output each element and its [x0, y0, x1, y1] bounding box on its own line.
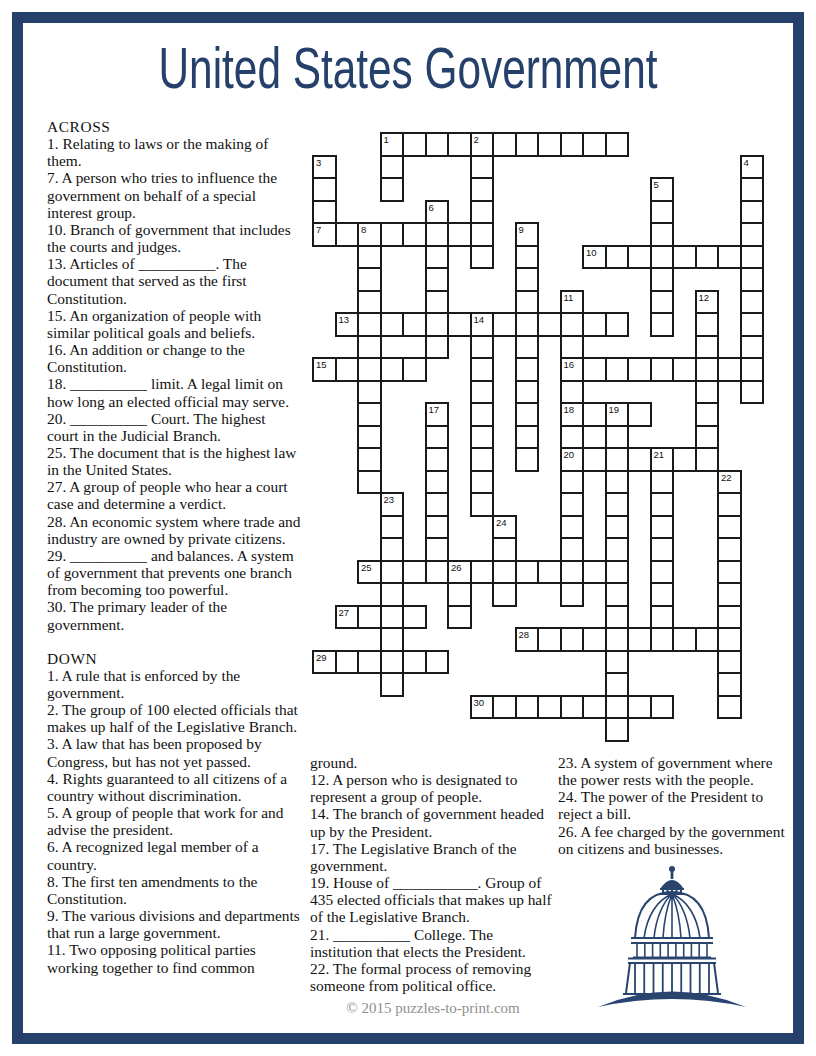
clue-number: 8	[361, 224, 366, 235]
capitol-dome-ribs	[644, 894, 700, 938]
grid-cell[interactable]	[425, 245, 450, 270]
grid-cell[interactable]	[380, 650, 405, 675]
clue: 5. A group of people that work for and a…	[47, 804, 301, 838]
clue-number: 1	[384, 134, 389, 145]
grid-cell[interactable]	[515, 402, 540, 427]
grid-cell[interactable]	[470, 177, 495, 202]
grid-cell[interactable]	[650, 290, 675, 315]
capitol-dome-illustration	[597, 864, 747, 1012]
grid-cell[interactable]	[717, 650, 742, 675]
grid-cell[interactable]	[425, 650, 450, 675]
clue-number: 21	[654, 449, 665, 460]
clue: 17. The Legislative Branch of the govern…	[310, 840, 552, 874]
grid-cell[interactable]	[380, 155, 405, 180]
grid-cell[interactable]	[335, 222, 360, 247]
grid-cell[interactable]	[605, 717, 630, 742]
grid-cell[interactable]	[717, 515, 742, 540]
grid-cell[interactable]	[560, 425, 585, 450]
clue-number: 14	[474, 314, 485, 325]
grid-cell[interactable]	[740, 222, 765, 247]
grid-cell[interactable]: 27	[335, 605, 360, 630]
clue-number: 18	[564, 404, 575, 415]
grid-cell[interactable]	[627, 447, 652, 472]
grid-cell[interactable]	[425, 290, 450, 315]
grid-cell[interactable]: 26	[447, 560, 472, 585]
clue: 15. An organization of people with simil…	[47, 307, 301, 341]
grid-cell[interactable]	[560, 380, 585, 405]
grid-cell[interactable]	[672, 447, 697, 472]
grid-cell[interactable]	[695, 312, 720, 337]
grid-cell[interactable]	[605, 582, 630, 607]
clue: 29. __________ and balances. A system of…	[47, 547, 301, 598]
grid-cell[interactable]	[560, 470, 585, 495]
clue: ground.	[310, 754, 552, 771]
grid-cell[interactable]	[605, 470, 630, 495]
clue-number: 10	[586, 247, 597, 258]
grid-cell[interactable]	[515, 335, 540, 360]
grid-cell[interactable]	[582, 627, 607, 652]
grid-cell[interactable]	[425, 515, 450, 540]
clue-number: 13	[339, 314, 350, 325]
clue: 28. An economic system where trade and i…	[47, 513, 301, 547]
clue-number: 3	[316, 157, 321, 168]
grid-cell[interactable]	[357, 402, 382, 427]
grid-cell[interactable]	[470, 155, 495, 180]
grid-cell[interactable]	[312, 177, 337, 202]
clue: 6. A recognized legal member of a countr…	[47, 838, 301, 872]
grid-cell[interactable]	[515, 447, 540, 472]
grid-cell[interactable]	[740, 312, 765, 337]
grid-cell[interactable]	[582, 447, 607, 472]
grid-cell[interactable]	[605, 312, 630, 337]
grid-cell[interactable]: 9	[515, 222, 540, 247]
grid-cell[interactable]	[650, 245, 675, 270]
grid-cell[interactable]	[717, 582, 742, 607]
grid-cell[interactable]: 24	[492, 515, 517, 540]
capitol-lower-colonnade	[635, 964, 709, 993]
clue: 18. __________ limit. A legal limit on h…	[47, 375, 301, 409]
grid-cell[interactable]	[717, 627, 742, 652]
grid-cell[interactable]	[650, 627, 675, 652]
grid-cell[interactable]	[470, 357, 495, 382]
grid-cell[interactable]: 20	[560, 447, 585, 472]
grid-cell[interactable]	[605, 627, 630, 652]
grid-cell[interactable]: 7	[312, 222, 337, 247]
grid-cell[interactable]	[582, 695, 607, 720]
grid-cell[interactable]: 19	[605, 402, 630, 427]
grid-cell[interactable]	[425, 447, 450, 472]
grid-cell[interactable]	[515, 312, 540, 337]
grid-cell[interactable]	[695, 335, 720, 360]
clue: 21. __________ College. The institution …	[310, 926, 552, 960]
grid-cell[interactable]	[402, 312, 427, 337]
grid-cell[interactable]	[582, 312, 607, 337]
grid-cell[interactable]	[740, 357, 765, 382]
grid-cell[interactable]	[380, 582, 405, 607]
grid-cell[interactable]	[357, 245, 382, 270]
clue: 2. The group of 100 elected officials th…	[47, 701, 301, 735]
grid-cell[interactable]	[425, 132, 450, 157]
grid-cell[interactable]	[605, 650, 630, 675]
clue: 8. The first ten amendments to the Const…	[47, 873, 301, 907]
grid-cell[interactable]	[695, 245, 720, 270]
grid-cell[interactable]	[402, 650, 427, 675]
clue: 10. Branch of government that includes t…	[47, 221, 301, 255]
clue: 20. __________ Court. The highest court …	[47, 410, 301, 444]
clue-number: 30	[474, 697, 485, 708]
grid-cell[interactable]	[605, 537, 630, 562]
clue-number: 25	[361, 562, 372, 573]
clue: 1. A rule that is enforced by the govern…	[47, 667, 301, 701]
grid-cell[interactable]	[650, 582, 675, 607]
grid-cell[interactable]: 4	[740, 155, 765, 180]
grid-cell[interactable]	[537, 695, 562, 720]
grid-cell[interactable]	[627, 245, 652, 270]
grid-cell[interactable]	[560, 560, 585, 585]
grid-cell[interactable]	[560, 695, 585, 720]
clue: 14. The branch of government headed up b…	[310, 805, 552, 839]
grid-cell[interactable]	[515, 290, 540, 315]
grid-cell[interactable]	[560, 335, 585, 360]
grid-cell[interactable]	[470, 335, 495, 360]
grid-cell[interactable]	[312, 200, 337, 225]
grid-cell[interactable]	[470, 402, 495, 427]
grid-cell[interactable]	[650, 267, 675, 292]
page-title: United States Government	[110, 34, 706, 101]
clue: 12. A person who is designated to repres…	[310, 771, 552, 805]
across-clue-list: 1. Relating to laws or the making of the…	[47, 135, 301, 633]
grid-cell[interactable]: 17	[425, 402, 450, 427]
grid-cell[interactable]	[380, 560, 405, 585]
clue: 9. The various divisions and departments…	[47, 907, 301, 941]
grid-cell[interactable]	[605, 132, 630, 157]
clue-number: 27	[339, 607, 350, 618]
grid-cell[interactable]	[605, 245, 630, 270]
clue-number: 7	[316, 224, 321, 235]
grid-cell[interactable]	[402, 560, 427, 585]
grid-cell[interactable]	[357, 335, 382, 360]
grid-cell[interactable]	[425, 492, 450, 517]
clue: 26. A fee charged by the government on c…	[558, 823, 793, 857]
grid-cell[interactable]	[402, 605, 427, 630]
clue-number: 20	[564, 449, 575, 460]
grid-cell[interactable]	[470, 425, 495, 450]
grid-cell[interactable]	[380, 605, 405, 630]
grid-cell[interactable]	[447, 132, 472, 157]
grid-cell[interactable]: 12	[695, 290, 720, 315]
grid-cell[interactable]	[740, 177, 765, 202]
worksheet-page: United States Government ACROSS 1. Relat…	[0, 0, 816, 1056]
grid-cell[interactable]	[582, 402, 607, 427]
grid-cell[interactable]: 1	[380, 132, 405, 157]
grid-cell[interactable]	[515, 695, 540, 720]
grid-cell[interactable]	[650, 470, 675, 495]
grid-cell[interactable]	[627, 357, 652, 382]
grid-cell[interactable]: 14	[470, 312, 495, 337]
grid-cell[interactable]	[335, 650, 360, 675]
grid-cell[interactable]	[560, 312, 585, 337]
grid-cell[interactable]	[470, 492, 495, 517]
grid-cell[interactable]	[605, 605, 630, 630]
grid-cell[interactable]	[717, 672, 742, 697]
grid-cell[interactable]	[515, 380, 540, 405]
grid-cell[interactable]	[537, 132, 562, 157]
grid-cell[interactable]	[515, 245, 540, 270]
clue: 27. A group of people who hear a court c…	[47, 478, 301, 512]
grid-cell[interactable]	[560, 582, 585, 607]
clue-number: 5	[654, 179, 659, 190]
grid-cell[interactable]	[380, 515, 405, 540]
grid-cell[interactable]: 22	[717, 470, 742, 495]
grid-cell[interactable]	[650, 695, 675, 720]
grid-cell[interactable]	[717, 492, 742, 517]
grid-cell[interactable]	[650, 492, 675, 517]
grid-cell[interactable]	[605, 672, 630, 697]
grid-cell[interactable]	[380, 177, 405, 202]
grid-cell[interactable]	[695, 627, 720, 652]
grid-cell[interactable]	[492, 582, 517, 607]
clue: 7. A person who tries to influence the g…	[47, 169, 301, 220]
grid-cell[interactable]	[695, 447, 720, 472]
grid-cell[interactable]	[425, 537, 450, 562]
grid-cell[interactable]: 13	[335, 312, 360, 337]
grid-cell[interactable]	[650, 605, 675, 630]
grid-cell[interactable]	[357, 605, 382, 630]
grid-cell[interactable]: 25	[357, 560, 382, 585]
grid-cell[interactable]	[695, 425, 720, 450]
grid-cell[interactable]	[627, 695, 652, 720]
grid-cell[interactable]	[335, 357, 360, 382]
grid-cell[interactable]	[425, 335, 450, 360]
grid-cell[interactable]	[605, 425, 630, 450]
clue: 3. A law that has been proposed by Congr…	[47, 735, 301, 769]
grid-cell[interactable]	[515, 560, 540, 585]
down-clue-list-right: 23. A system of government where the pow…	[558, 754, 793, 857]
grid-cell[interactable]: 3	[312, 155, 337, 180]
grid-cell[interactable]	[357, 312, 382, 337]
grid-cell[interactable]	[447, 582, 472, 607]
grid-cell[interactable]	[357, 425, 382, 450]
clue-number: 15	[316, 359, 327, 370]
grid-cell[interactable]	[492, 537, 517, 562]
grid-cell[interactable]	[560, 492, 585, 517]
grid-cell[interactable]: 2	[470, 132, 495, 157]
grid-cell[interactable]	[605, 695, 630, 720]
grid-cell[interactable]: 6	[425, 200, 450, 225]
clues-right-column: 23. A system of government where the pow…	[558, 754, 793, 857]
grid-cell[interactable]	[357, 380, 382, 405]
grid-cell[interactable]	[515, 267, 540, 292]
capitol-ground-swoosh	[598, 992, 746, 1008]
grid-cell[interactable]	[357, 290, 382, 315]
grid-cell[interactable]	[470, 560, 495, 585]
clue-number: 11	[564, 292, 574, 303]
grid-cell[interactable]	[672, 627, 697, 652]
grid-cell[interactable]	[605, 515, 630, 540]
clue: 11. Two opposing political parties worki…	[47, 941, 301, 975]
down-clue-list-middle: ground.12. A person who is designated to…	[310, 754, 552, 994]
grid-cell[interactable]	[357, 357, 382, 382]
grid-cell[interactable]	[425, 267, 450, 292]
grid-cell[interactable]	[380, 672, 405, 697]
grid-cell[interactable]	[470, 245, 495, 270]
clue-number: 23	[384, 494, 395, 505]
grid-cell[interactable]	[425, 425, 450, 450]
clue: 16. An addition or change to the Constit…	[47, 341, 301, 375]
clue: 23. A system of government where the pow…	[558, 754, 793, 788]
grid-cell[interactable]	[650, 515, 675, 540]
grid-cell[interactable]	[380, 357, 405, 382]
grid-cell[interactable]	[740, 335, 765, 360]
grid-cell[interactable]	[717, 695, 742, 720]
clue-number: 29	[316, 652, 327, 663]
grid-cell[interactable]: 11	[560, 290, 585, 315]
grid-cell[interactable]	[582, 132, 607, 157]
grid-cell[interactable]	[492, 695, 517, 720]
grid-cell[interactable]	[492, 312, 517, 337]
grid-cell[interactable]	[380, 627, 405, 652]
grid-cell[interactable]	[740, 200, 765, 225]
grid-cell[interactable]	[740, 267, 765, 292]
grid-cell[interactable]	[695, 380, 720, 405]
grid-cell[interactable]	[605, 560, 630, 585]
grid-cell[interactable]	[402, 222, 427, 247]
crossword-grid: 1234567891011121314151617181920212223242…	[312, 132, 764, 742]
grid-cell[interactable]	[470, 470, 495, 495]
grid-cell[interactable]	[380, 537, 405, 562]
clue-number: 22	[721, 472, 732, 483]
grid-cell[interactable]: 29	[312, 650, 337, 675]
capitol-upper-colonnade	[637, 944, 707, 957]
grid-cell[interactable]: 30	[470, 695, 495, 720]
grid-cell[interactable]	[740, 290, 765, 315]
grid-cell[interactable]	[627, 402, 652, 427]
clue: 19. House of ___________. Group of 435 e…	[310, 874, 552, 925]
grid-cell[interactable]	[605, 357, 630, 382]
grid-cell[interactable]	[672, 245, 697, 270]
grid-cell[interactable]	[650, 357, 675, 382]
clue-number: 16	[564, 359, 575, 370]
clue: 13. Articles of __________. The document…	[47, 255, 301, 306]
grid-cell[interactable]	[492, 560, 517, 585]
grid-cell[interactable]	[447, 605, 472, 630]
grid-cell[interactable]	[537, 627, 562, 652]
grid-cell[interactable]	[560, 537, 585, 562]
grid-cell[interactable]	[650, 222, 675, 247]
grid-cell[interactable]	[605, 447, 630, 472]
clues-middle-column: ground.12. A person who is designated to…	[310, 754, 552, 994]
grid-cell[interactable]: 28	[515, 627, 540, 652]
grid-cell[interactable]	[605, 492, 630, 517]
clue-number: 17	[429, 404, 440, 415]
grid-cell[interactable]	[582, 560, 607, 585]
copyright-text: © 2015 puzzles-to-print.com	[308, 1000, 558, 1017]
grid-cell[interactable]	[537, 312, 562, 337]
grid-cell[interactable]: 21	[650, 447, 675, 472]
grid-cell[interactable]	[650, 560, 675, 585]
grid-cell[interactable]: 8	[357, 222, 382, 247]
grid-cell[interactable]	[515, 425, 540, 450]
grid-cell[interactable]: 23	[380, 492, 405, 517]
grid-cell[interactable]	[717, 537, 742, 562]
grid-cell[interactable]	[560, 515, 585, 540]
grid-cell[interactable]	[717, 560, 742, 585]
grid-cell[interactable]	[650, 312, 675, 337]
grid-cell[interactable]	[380, 222, 405, 247]
clue-number: 26	[451, 562, 462, 573]
grid-cell[interactable]	[357, 470, 382, 495]
across-header: ACROSS	[47, 118, 301, 135]
clue: 25. The document that is the highest law…	[47, 444, 301, 478]
grid-cell[interactable]	[672, 357, 697, 382]
clue-number: 12	[699, 292, 710, 303]
grid-cell[interactable]	[740, 245, 765, 270]
grid-cell[interactable]	[425, 560, 450, 585]
grid-cell[interactable]: 5	[650, 177, 675, 202]
clues-left-column: ACROSS 1. Relating to laws or the making…	[47, 118, 301, 976]
grid-cell[interactable]	[447, 312, 472, 337]
grid-cell[interactable]: 16	[560, 357, 585, 382]
clue: 30. The primary leader of the government…	[47, 598, 301, 632]
grid-cell[interactable]	[380, 312, 405, 337]
capitol-cupola	[660, 880, 684, 889]
grid-cell[interactable]	[470, 222, 495, 247]
grid-cell[interactable]	[515, 132, 540, 157]
down-header: DOWN	[47, 650, 301, 667]
grid-cell[interactable]	[515, 357, 540, 382]
clue-number: 9	[519, 224, 524, 235]
grid-cell[interactable]	[560, 132, 585, 157]
clue-number: 4	[744, 157, 749, 168]
grid-cell[interactable]	[357, 650, 382, 675]
grid-cell[interactable]	[695, 357, 720, 382]
grid-cell[interactable]	[695, 402, 720, 427]
grid-cell[interactable]	[357, 447, 382, 472]
grid-cell[interactable]	[650, 200, 675, 225]
grid-cell[interactable]	[447, 222, 472, 247]
grid-cell[interactable]	[425, 222, 450, 247]
grid-cell[interactable]	[740, 380, 765, 405]
clue: 24. The power of the President to reject…	[558, 788, 793, 822]
grid-cell[interactable]	[470, 380, 495, 405]
grid-cell[interactable]	[717, 605, 742, 630]
grid-cell[interactable]	[650, 537, 675, 562]
grid-cell[interactable]: 15	[312, 357, 337, 382]
grid-cell[interactable]	[560, 627, 585, 652]
grid-cell[interactable]	[425, 312, 450, 337]
grid-cell[interactable]	[717, 245, 742, 270]
grid-cell[interactable]	[627, 627, 652, 652]
grid-cell[interactable]	[402, 132, 427, 157]
grid-cell[interactable]	[582, 357, 607, 382]
grid-cell[interactable]	[357, 267, 382, 292]
grid-cell[interactable]	[470, 447, 495, 472]
grid-cell[interactable]: 10	[582, 245, 607, 270]
clue: 22. The formal process of removing someo…	[310, 960, 552, 994]
grid-cell[interactable]	[470, 200, 495, 225]
clue: 1. Relating to laws or the making of the…	[47, 135, 301, 169]
grid-cell[interactable]: 18	[560, 402, 585, 427]
clue-number: 2	[474, 134, 479, 145]
grid-cell[interactable]	[402, 357, 427, 382]
grid-cell[interactable]	[492, 132, 517, 157]
clue-number: 28	[519, 629, 530, 640]
down-clue-list-left: 1. A rule that is enforced by the govern…	[47, 667, 301, 976]
grid-cell[interactable]	[717, 357, 742, 382]
grid-cell[interactable]	[537, 560, 562, 585]
grid-cell[interactable]	[425, 470, 450, 495]
clue-number: 24	[496, 517, 507, 528]
